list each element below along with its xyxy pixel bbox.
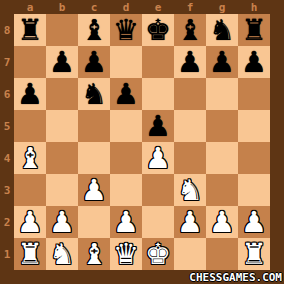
square-h8[interactable]: ♜ <box>238 14 270 46</box>
square-f2[interactable]: ♟ <box>174 206 206 238</box>
square-d2[interactable]: ♟ <box>110 206 142 238</box>
square-f7[interactable]: ♟ <box>174 46 206 78</box>
square-c1[interactable]: ♝ <box>78 238 110 270</box>
piece-black-pawn: ♟ <box>81 46 107 78</box>
square-b5[interactable] <box>46 110 78 142</box>
piece-black-pawn: ♟ <box>177 46 203 78</box>
rank-label-6: 6 <box>0 78 14 110</box>
square-c8[interactable]: ♝ <box>78 14 110 46</box>
square-b3[interactable] <box>46 174 78 206</box>
piece-white-bishop: ♝ <box>17 142 43 174</box>
square-b4[interactable] <box>46 142 78 174</box>
square-g3[interactable] <box>206 174 238 206</box>
square-f3[interactable]: ♞ <box>174 174 206 206</box>
piece-black-knight: ♞ <box>209 14 235 46</box>
piece-black-rook: ♜ <box>241 14 267 46</box>
square-c2[interactable] <box>78 206 110 238</box>
square-g7[interactable]: ♟ <box>206 46 238 78</box>
square-a7[interactable] <box>14 46 46 78</box>
piece-white-pawn: ♟ <box>81 174 107 206</box>
rank-label-5: 5 <box>0 110 14 142</box>
square-e3[interactable] <box>142 174 174 206</box>
piece-white-bishop: ♝ <box>81 238 107 270</box>
piece-white-pawn: ♟ <box>49 206 75 238</box>
file-labels: abcdefgh <box>14 0 270 14</box>
piece-black-pawn: ♟ <box>145 110 171 142</box>
piece-white-rook: ♜ <box>241 238 267 270</box>
square-b7[interactable]: ♟ <box>46 46 78 78</box>
square-f1[interactable] <box>174 238 206 270</box>
piece-black-queen: ♛ <box>113 14 139 46</box>
square-a6[interactable]: ♟ <box>14 78 46 110</box>
rank-labels: 87654321 <box>0 14 14 270</box>
square-c7[interactable]: ♟ <box>78 46 110 78</box>
file-label-c: c <box>78 0 110 14</box>
piece-white-pawn: ♟ <box>241 206 267 238</box>
square-e4[interactable]: ♟ <box>142 142 174 174</box>
square-e7[interactable] <box>142 46 174 78</box>
square-g2[interactable]: ♟ <box>206 206 238 238</box>
square-c5[interactable] <box>78 110 110 142</box>
square-h1[interactable]: ♜ <box>238 238 270 270</box>
piece-white-queen: ♛ <box>113 238 139 270</box>
piece-white-pawn: ♟ <box>177 206 203 238</box>
square-d3[interactable] <box>110 174 142 206</box>
piece-white-king: ♚ <box>145 238 171 270</box>
square-a3[interactable] <box>14 174 46 206</box>
piece-black-pawn: ♟ <box>241 46 267 78</box>
square-h7[interactable]: ♟ <box>238 46 270 78</box>
square-e1[interactable]: ♚ <box>142 238 174 270</box>
site-watermark: CHESSGAMES.COM <box>189 270 282 284</box>
piece-black-pawn: ♟ <box>209 46 235 78</box>
square-a1[interactable]: ♜ <box>14 238 46 270</box>
piece-black-pawn: ♟ <box>49 46 75 78</box>
piece-white-pawn: ♟ <box>113 206 139 238</box>
square-c6[interactable]: ♞ <box>78 78 110 110</box>
file-label-e: e <box>142 0 174 14</box>
square-a2[interactable]: ♟ <box>14 206 46 238</box>
square-a4[interactable]: ♝ <box>14 142 46 174</box>
square-g5[interactable] <box>206 110 238 142</box>
square-f5[interactable] <box>174 110 206 142</box>
square-h2[interactable]: ♟ <box>238 206 270 238</box>
rank-label-2: 2 <box>0 206 14 238</box>
square-h5[interactable] <box>238 110 270 142</box>
square-d8[interactable]: ♛ <box>110 14 142 46</box>
piece-black-bishop: ♝ <box>177 14 203 46</box>
square-b6[interactable] <box>46 78 78 110</box>
square-a5[interactable] <box>14 110 46 142</box>
square-c4[interactable] <box>78 142 110 174</box>
square-g6[interactable] <box>206 78 238 110</box>
square-f4[interactable] <box>174 142 206 174</box>
file-label-h: h <box>238 0 270 14</box>
piece-white-rook: ♜ <box>17 238 43 270</box>
file-label-a: a <box>14 0 46 14</box>
square-f8[interactable]: ♝ <box>174 14 206 46</box>
piece-white-pawn: ♟ <box>17 206 43 238</box>
square-e2[interactable] <box>142 206 174 238</box>
file-label-b: b <box>46 0 78 14</box>
file-label-d: d <box>110 0 142 14</box>
piece-black-rook: ♜ <box>17 14 43 46</box>
square-g8[interactable]: ♞ <box>206 14 238 46</box>
square-g1[interactable] <box>206 238 238 270</box>
piece-white-knight: ♞ <box>49 238 75 270</box>
square-a8[interactable]: ♜ <box>14 14 46 46</box>
square-d6[interactable]: ♟ <box>110 78 142 110</box>
square-d5[interactable] <box>110 110 142 142</box>
piece-white-pawn: ♟ <box>145 142 171 174</box>
piece-black-knight: ♞ <box>81 78 107 110</box>
chess-board: ♜♝♛♚♝♞♜♟♟♟♟♟♟♞♟♟♝♟♟♞♟♟♟♟♟♟♜♞♝♛♚♜ <box>14 14 270 270</box>
rank-label-7: 7 <box>0 46 14 78</box>
rank-label-4: 4 <box>0 142 14 174</box>
square-b1[interactable]: ♞ <box>46 238 78 270</box>
piece-black-pawn: ♟ <box>17 78 43 110</box>
square-d1[interactable]: ♛ <box>110 238 142 270</box>
square-d7[interactable] <box>110 46 142 78</box>
square-b2[interactable]: ♟ <box>46 206 78 238</box>
chess-board-frame: abcdefgh 87654321 ♜♝♛♚♝♞♜♟♟♟♟♟♟♞♟♟♝♟♟♞♟♟… <box>0 0 284 284</box>
square-e5[interactable]: ♟ <box>142 110 174 142</box>
file-label-f: f <box>174 0 206 14</box>
rank-label-3: 3 <box>0 174 14 206</box>
rank-label-1: 1 <box>0 238 14 270</box>
square-h3[interactable] <box>238 174 270 206</box>
rank-label-8: 8 <box>0 14 14 46</box>
square-h6[interactable] <box>238 78 270 110</box>
square-g4[interactable] <box>206 142 238 174</box>
square-e6[interactable] <box>142 78 174 110</box>
square-h4[interactable] <box>238 142 270 174</box>
piece-black-king: ♚ <box>145 14 171 46</box>
piece-white-pawn: ♟ <box>209 206 235 238</box>
square-e8[interactable]: ♚ <box>142 14 174 46</box>
piece-black-pawn: ♟ <box>113 78 139 110</box>
square-f6[interactable] <box>174 78 206 110</box>
square-b8[interactable] <box>46 14 78 46</box>
file-label-g: g <box>206 0 238 14</box>
square-c3[interactable]: ♟ <box>78 174 110 206</box>
piece-white-knight: ♞ <box>177 174 203 206</box>
square-d4[interactable] <box>110 142 142 174</box>
piece-black-bishop: ♝ <box>81 14 107 46</box>
